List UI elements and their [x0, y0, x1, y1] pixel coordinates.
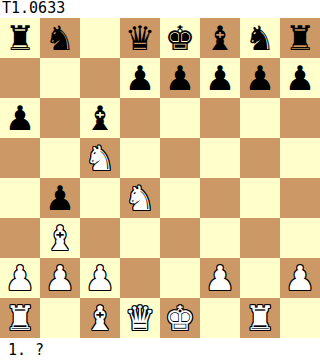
square-g7[interactable]: ♟ [240, 58, 280, 98]
square-f2[interactable]: ♟ [200, 258, 240, 298]
black-pawn: ♟ [40, 178, 80, 218]
square-e4[interactable] [160, 178, 200, 218]
square-h1[interactable] [280, 298, 320, 338]
white-pawn: ♟ [40, 258, 80, 298]
square-f5[interactable] [200, 138, 240, 178]
white-pawn: ♟ [200, 258, 240, 298]
square-d3[interactable] [120, 218, 160, 258]
black-pawn: ♟ [0, 98, 40, 138]
square-e8[interactable]: ♚ [160, 18, 200, 58]
square-f1[interactable] [200, 298, 240, 338]
square-b2[interactable]: ♟ [40, 258, 80, 298]
square-e3[interactable] [160, 218, 200, 258]
square-a2[interactable]: ♟ [0, 258, 40, 298]
black-rook: ♜ [0, 18, 40, 58]
square-c5[interactable]: ♞ [80, 138, 120, 178]
square-c7[interactable] [80, 58, 120, 98]
white-knight: ♞ [120, 178, 160, 218]
square-a6[interactable]: ♟ [0, 98, 40, 138]
black-bishop: ♝ [80, 98, 120, 138]
square-c2[interactable]: ♟ [80, 258, 120, 298]
white-pawn: ♟ [280, 258, 320, 298]
square-e7[interactable]: ♟ [160, 58, 200, 98]
square-c3[interactable] [80, 218, 120, 258]
square-c1[interactable]: ♝ [80, 298, 120, 338]
black-queen: ♛ [120, 18, 160, 58]
black-knight: ♞ [240, 18, 280, 58]
square-b1[interactable] [40, 298, 80, 338]
square-d2[interactable] [120, 258, 160, 298]
square-e5[interactable] [160, 138, 200, 178]
square-f8[interactable]: ♝ [200, 18, 240, 58]
chess-board: ♜♞♛♚♝♞♜♟♟♟♟♟♟♝♞♟♞♝♟♟♟♟♟♜♝♛♚♜ [0, 18, 320, 338]
square-g4[interactable] [240, 178, 280, 218]
square-b8[interactable]: ♞ [40, 18, 80, 58]
square-d1[interactable]: ♛ [120, 298, 160, 338]
square-h3[interactable] [280, 218, 320, 258]
square-e6[interactable] [160, 98, 200, 138]
square-a5[interactable] [0, 138, 40, 178]
square-b4[interactable]: ♟ [40, 178, 80, 218]
square-e2[interactable] [160, 258, 200, 298]
white-knight: ♞ [80, 138, 120, 178]
square-d8[interactable]: ♛ [120, 18, 160, 58]
square-a4[interactable] [0, 178, 40, 218]
square-e1[interactable]: ♚ [160, 298, 200, 338]
white-rook: ♜ [240, 298, 280, 338]
square-b3[interactable]: ♝ [40, 218, 80, 258]
square-f4[interactable] [200, 178, 240, 218]
puzzle-id: T1.0633 [0, 0, 320, 18]
white-pawn: ♟ [80, 258, 120, 298]
square-b6[interactable] [40, 98, 80, 138]
white-bishop: ♝ [40, 218, 80, 258]
square-d7[interactable]: ♟ [120, 58, 160, 98]
white-pawn: ♟ [0, 258, 40, 298]
square-h7[interactable]: ♟ [280, 58, 320, 98]
white-rook: ♜ [0, 298, 40, 338]
white-king: ♚ [160, 298, 200, 338]
black-pawn: ♟ [240, 58, 280, 98]
square-h6[interactable] [280, 98, 320, 138]
square-d6[interactable] [120, 98, 160, 138]
square-f3[interactable] [200, 218, 240, 258]
square-a8[interactable]: ♜ [0, 18, 40, 58]
square-g6[interactable] [240, 98, 280, 138]
square-g3[interactable] [240, 218, 280, 258]
square-d5[interactable] [120, 138, 160, 178]
square-h8[interactable]: ♜ [280, 18, 320, 58]
white-bishop: ♝ [80, 298, 120, 338]
square-c6[interactable]: ♝ [80, 98, 120, 138]
square-a3[interactable] [0, 218, 40, 258]
square-c8[interactable] [80, 18, 120, 58]
square-b7[interactable] [40, 58, 80, 98]
black-king: ♚ [160, 18, 200, 58]
black-pawn: ♟ [160, 58, 200, 98]
square-g1[interactable]: ♜ [240, 298, 280, 338]
square-h5[interactable] [280, 138, 320, 178]
black-pawn: ♟ [200, 58, 240, 98]
square-a1[interactable]: ♜ [0, 298, 40, 338]
square-f7[interactable]: ♟ [200, 58, 240, 98]
square-g5[interactable] [240, 138, 280, 178]
black-pawn: ♟ [280, 58, 320, 98]
black-rook: ♜ [280, 18, 320, 58]
square-g8[interactable]: ♞ [240, 18, 280, 58]
square-c4[interactable] [80, 178, 120, 218]
square-h2[interactable]: ♟ [280, 258, 320, 298]
black-knight: ♞ [40, 18, 80, 58]
square-g2[interactable] [240, 258, 280, 298]
square-a7[interactable] [0, 58, 40, 98]
black-bishop: ♝ [200, 18, 240, 58]
move-prompt: 1. ? [0, 338, 320, 360]
square-h4[interactable] [280, 178, 320, 218]
square-b5[interactable] [40, 138, 80, 178]
square-d4[interactable]: ♞ [120, 178, 160, 218]
white-queen: ♛ [120, 298, 160, 338]
black-pawn: ♟ [120, 58, 160, 98]
square-f6[interactable] [200, 98, 240, 138]
